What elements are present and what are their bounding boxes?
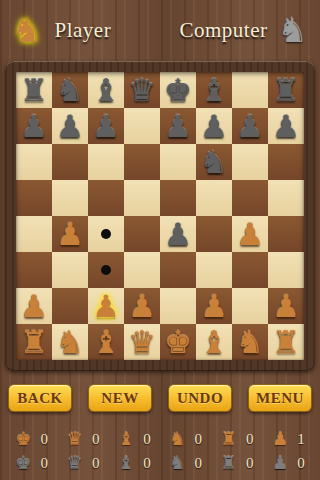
black-pawn-h7: ♟: [272, 108, 300, 144]
square-c3[interactable]: [88, 252, 124, 288]
black-knight-icon: ♞: [169, 452, 185, 474]
square-f8[interactable]: ♝: [196, 72, 232, 108]
square-f1[interactable]: ♝: [196, 324, 232, 360]
white-pawn-g4: ♟: [236, 216, 264, 252]
square-h2[interactable]: ♟: [268, 288, 304, 324]
captured-count-white-bishop: 0: [143, 431, 151, 448]
square-b7[interactable]: ♟: [52, 108, 88, 144]
square-d8[interactable]: ♛: [124, 72, 160, 108]
square-b5[interactable]: [52, 180, 88, 216]
square-h5[interactable]: [268, 180, 304, 216]
white-rook-h1: ♜: [272, 324, 300, 360]
square-f5[interactable]: [196, 180, 232, 216]
black-pawn-icon: ♟: [272, 452, 288, 474]
square-c2[interactable]: ♟: [88, 288, 124, 324]
square-d4[interactable]: [124, 216, 160, 252]
captured-white-rook: ♜0: [211, 427, 262, 451]
white-pawn-d2: ♟: [128, 288, 156, 324]
captured-black-pawn: ♟0: [263, 451, 314, 475]
square-h6[interactable]: [268, 144, 304, 180]
captured-black-knight: ♞0: [160, 451, 211, 475]
computer-label: Computer: [180, 18, 268, 43]
captured-count-black-bishop: 0: [143, 455, 151, 472]
square-g1[interactable]: ♞: [232, 324, 268, 360]
black-queen-icon: ♛: [67, 452, 83, 474]
square-f7[interactable]: ♟: [196, 108, 232, 144]
square-b2[interactable]: [52, 288, 88, 324]
undo-button[interactable]: UNDO: [168, 384, 232, 412]
captured-white-king: ♚0: [6, 427, 57, 451]
chess-board-grid: ♜♞♝♛♚♝♜♟♟♟♟♟♟♟♞♟♟♟♟♟♟♟♟♜♞♝♛♚♝♞♜: [16, 72, 304, 360]
menu-button[interactable]: MENU: [248, 384, 312, 412]
square-a5[interactable]: [16, 180, 52, 216]
captured-count-black-king: 0: [41, 455, 49, 472]
player-knight-icon: ♞: [12, 11, 42, 49]
black-knight-b8: ♞: [56, 72, 84, 108]
chess-board-frame: ♜♞♝♛♚♝♜♟♟♟♟♟♟♟♞♟♟♟♟♟♟♟♟♜♞♝♛♚♝♞♜: [5, 61, 315, 371]
square-c1[interactable]: ♝: [88, 324, 124, 360]
white-pawn-b4: ♟: [56, 216, 84, 252]
black-pawn-b7: ♟: [56, 108, 84, 144]
captured-count-white-pawn: 1: [297, 431, 305, 448]
captured-white-queen: ♛0: [57, 427, 108, 451]
white-pawn-h2: ♟: [272, 288, 300, 324]
white-queen-icon: ♛: [67, 428, 83, 450]
square-b1[interactable]: ♞: [52, 324, 88, 360]
computer-knight-icon: ♞: [278, 11, 308, 49]
square-e2[interactable]: [160, 288, 196, 324]
black-knight-f6: ♞: [200, 144, 228, 180]
square-c4[interactable]: [88, 216, 124, 252]
move-hint-dot-c3[interactable]: [101, 265, 111, 275]
square-b6[interactable]: [52, 144, 88, 180]
black-pawn-a7: ♟: [20, 108, 48, 144]
white-knight-icon: ♞: [169, 428, 185, 450]
white-pawn-f2: ♟: [200, 288, 228, 324]
square-e6[interactable]: [160, 144, 196, 180]
captured-count-black-knight: 0: [195, 455, 203, 472]
black-rook-a8: ♜: [20, 72, 48, 108]
square-f2[interactable]: ♟: [196, 288, 232, 324]
square-e4[interactable]: ♟: [160, 216, 196, 252]
square-h4[interactable]: [268, 216, 304, 252]
captured-row-black: ♚0♛0♝0♞0♜0♟0: [6, 451, 314, 475]
black-king-e8: ♚: [164, 72, 192, 108]
square-d7[interactable]: [124, 108, 160, 144]
black-pawn-e4: ♟: [164, 216, 192, 252]
captured-pieces-tray: ♚0♛0♝0♞0♜0♟1♚0♛0♝0♞0♜0♟0: [0, 426, 320, 478]
white-pawn-icon: ♟: [272, 428, 288, 450]
white-pawn-a2: ♟: [20, 288, 48, 324]
square-e3[interactable]: [160, 252, 196, 288]
square-c8[interactable]: ♝: [88, 72, 124, 108]
button-bar: BACK NEW UNDO MENU: [0, 384, 320, 414]
captured-count-black-pawn: 0: [297, 455, 305, 472]
black-bishop-icon: ♝: [118, 452, 134, 474]
square-a4[interactable]: [16, 216, 52, 252]
square-g2[interactable]: [232, 288, 268, 324]
square-e5[interactable]: [160, 180, 196, 216]
square-h8[interactable]: ♜: [268, 72, 304, 108]
back-button[interactable]: BACK: [8, 384, 72, 412]
white-rook-icon: ♜: [221, 428, 237, 450]
move-hint-dot-c4[interactable]: [101, 229, 111, 239]
square-f3[interactable]: [196, 252, 232, 288]
captured-count-white-knight: 0: [195, 431, 203, 448]
square-c5[interactable]: [88, 180, 124, 216]
black-bishop-f8: ♝: [200, 72, 228, 108]
square-e1[interactable]: ♚: [160, 324, 196, 360]
square-h1[interactable]: ♜: [268, 324, 304, 360]
captured-white-bishop: ♝0: [109, 427, 160, 451]
captured-count-black-queen: 0: [92, 455, 100, 472]
square-d1[interactable]: ♛: [124, 324, 160, 360]
captured-row-white: ♚0♛0♝0♞0♜0♟1: [6, 427, 314, 451]
square-a2[interactable]: ♟: [16, 288, 52, 324]
square-f6[interactable]: ♞: [196, 144, 232, 180]
white-knight-b1: ♞: [56, 324, 84, 360]
square-c7[interactable]: ♟: [88, 108, 124, 144]
white-pawn-c2: ♟: [92, 288, 120, 324]
white-bishop-icon: ♝: [118, 428, 134, 450]
white-king-e1: ♚: [164, 324, 192, 360]
player-label: Player: [54, 18, 111, 43]
captured-count-black-rook: 0: [246, 455, 254, 472]
square-b4[interactable]: ♟: [52, 216, 88, 252]
white-queen-d1: ♛: [128, 324, 156, 360]
square-a6[interactable]: [16, 144, 52, 180]
game-header: ♞ Player Computer ♞: [0, 0, 320, 60]
square-d2[interactable]: ♟: [124, 288, 160, 324]
captured-count-white-queen: 0: [92, 431, 100, 448]
square-c6[interactable]: [88, 144, 124, 180]
captured-black-rook: ♜0: [211, 451, 262, 475]
square-g3[interactable]: [232, 252, 268, 288]
black-pawn-f7: ♟: [200, 108, 228, 144]
square-e8[interactable]: ♚: [160, 72, 196, 108]
black-pawn-c7: ♟: [92, 108, 120, 144]
white-rook-a1: ♜: [20, 324, 48, 360]
black-rook-icon: ♜: [221, 452, 237, 474]
square-b3[interactable]: [52, 252, 88, 288]
square-b8[interactable]: ♞: [52, 72, 88, 108]
captured-count-white-rook: 0: [246, 431, 254, 448]
square-g4[interactable]: ♟: [232, 216, 268, 252]
square-g6[interactable]: [232, 144, 268, 180]
white-bishop-c1: ♝: [92, 324, 120, 360]
square-a1[interactable]: ♜: [16, 324, 52, 360]
black-king-icon: ♚: [15, 452, 31, 474]
square-f4[interactable]: [196, 216, 232, 252]
white-knight-g1: ♞: [236, 324, 264, 360]
square-g5[interactable]: [232, 180, 268, 216]
captured-white-pawn: ♟1: [263, 427, 314, 451]
square-e7[interactable]: ♟: [160, 108, 196, 144]
black-queen-d8: ♛: [128, 72, 156, 108]
square-d3[interactable]: [124, 252, 160, 288]
captured-black-king: ♚0: [6, 451, 57, 475]
captured-black-queen: ♛0: [57, 451, 108, 475]
square-h7[interactable]: ♟: [268, 108, 304, 144]
black-rook-h8: ♜: [272, 72, 300, 108]
white-bishop-f1: ♝: [200, 324, 228, 360]
square-h3[interactable]: [268, 252, 304, 288]
captured-black-bishop: ♝0: [109, 451, 160, 475]
square-g8[interactable]: [232, 72, 268, 108]
new-button[interactable]: NEW: [88, 384, 152, 412]
square-d6[interactable]: [124, 144, 160, 180]
square-d5[interactable]: [124, 180, 160, 216]
black-bishop-c8: ♝: [92, 72, 120, 108]
square-a7[interactable]: ♟: [16, 108, 52, 144]
black-pawn-e7: ♟: [164, 108, 192, 144]
square-a8[interactable]: ♜: [16, 72, 52, 108]
square-a3[interactable]: [16, 252, 52, 288]
square-g7[interactable]: ♟: [232, 108, 268, 144]
black-pawn-g7: ♟: [236, 108, 264, 144]
white-king-icon: ♚: [15, 428, 31, 450]
captured-white-knight: ♞0: [160, 427, 211, 451]
captured-count-white-king: 0: [41, 431, 49, 448]
